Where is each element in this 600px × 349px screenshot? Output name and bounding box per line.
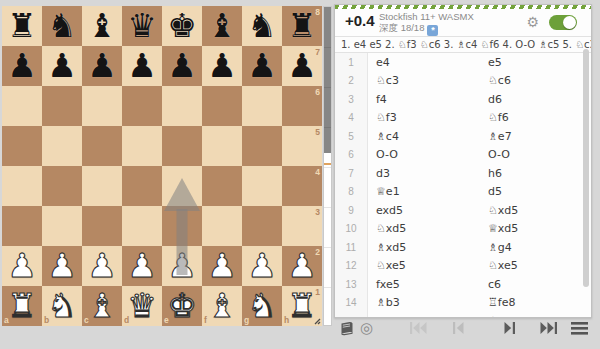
square-c2[interactable]: ♟ <box>82 246 122 286</box>
move-number: 10 <box>335 220 368 239</box>
coord-rank-7: 7 <box>315 47 320 57</box>
coord-rank-2: 2 <box>315 247 320 257</box>
move-number: 8 <box>335 183 368 202</box>
coord-file-a: a <box>4 315 9 325</box>
square-a8[interactable]: ♜ <box>2 6 42 46</box>
black-pawn[interactable]: ♟ <box>242 46 282 86</box>
gauge-tick <box>324 287 331 288</box>
eval-gauge-middle-tick <box>324 163 331 165</box>
white-move[interactable]: ♘xe5 <box>368 257 480 276</box>
black-move[interactable]: ♗e7 <box>480 127 591 146</box>
move-number: 9 <box>335 201 368 220</box>
coord-file-g: g <box>244 315 249 325</box>
black-move[interactable]: ♘c6 <box>480 72 591 91</box>
black-move[interactable]: ♘xe5 <box>480 257 591 276</box>
move-row-3: 3f4d6 <box>335 90 591 109</box>
black-rook[interactable]: ♜ <box>2 6 42 46</box>
white-move[interactable]: e4 <box>368 53 480 72</box>
black-move[interactable]: ♖fe8 <box>480 294 591 313</box>
move-row-7: 7d3h6 <box>335 164 591 183</box>
move-number: 14 <box>335 294 368 313</box>
black-king[interactable]: ♚ <box>162 6 202 46</box>
engine-info: Stockfish 11+ WASMX 深度 18/18* <box>379 11 474 36</box>
gauge-tick <box>324 87 331 88</box>
engine-depth: 深度 18/18* <box>379 22 474 36</box>
square-d3[interactable] <box>122 206 162 246</box>
square-e2[interactable]: ♟ <box>162 246 202 286</box>
white-move[interactable]: ♗b3 <box>368 294 480 313</box>
move-number: 5 <box>335 127 368 146</box>
square-b3[interactable] <box>42 206 82 246</box>
coord-rank-8: 8 <box>315 7 320 17</box>
coord-file-d: d <box>124 315 129 325</box>
go-first-button[interactable] <box>410 318 427 338</box>
move-list-scrollbar[interactable] <box>583 49 589 287</box>
square-b1[interactable]: ♞b <box>42 286 82 326</box>
square-e3[interactable] <box>162 206 202 246</box>
square-d4[interactable] <box>122 166 162 206</box>
square-f4[interactable] <box>202 166 242 206</box>
white-move[interactable]: O-O <box>368 146 480 165</box>
square-g7[interactable]: ♟ <box>242 46 282 86</box>
bottom-toolbar: ◎ <box>334 318 592 338</box>
black-knight[interactable]: ♞ <box>42 6 82 46</box>
square-e8[interactable]: ♚ <box>162 6 202 46</box>
move-row-11: 11♗xd5♗g4 <box>335 238 591 257</box>
square-d6[interactable] <box>122 86 162 126</box>
coord-file-h: h <box>284 315 289 325</box>
square-d1[interactable]: ♛d <box>122 286 162 326</box>
black-move[interactable]: c6 <box>480 275 591 294</box>
square-a6[interactable] <box>2 86 42 126</box>
move-number: 7 <box>335 164 368 183</box>
square-g8[interactable]: ♞ <box>242 6 282 46</box>
square-b6[interactable] <box>42 86 82 126</box>
move-row-6: 6O-OO-O <box>335 146 591 165</box>
coord-rank-6: 6 <box>315 87 320 97</box>
gauge-tick <box>324 247 331 248</box>
square-c6[interactable] <box>82 86 122 126</box>
coord-file-f: f <box>204 315 207 325</box>
eval-gauge-black-share <box>324 7 331 153</box>
coord-file-e: e <box>164 315 169 325</box>
square-c4[interactable] <box>82 166 122 206</box>
square-g1[interactable]: ♞g <box>242 286 282 326</box>
ceval-header: +0.4 Stockfish 11+ WASMX 深度 18/18* ⚙ <box>335 9 591 36</box>
move-number: 4 <box>335 109 368 128</box>
eval-score: +0.4 <box>345 12 375 29</box>
black-move[interactable]: d6 <box>480 90 591 109</box>
move-row-10: 10♘xd5♕xd5 <box>335 220 591 239</box>
square-g4[interactable] <box>242 166 282 206</box>
square-c5[interactable] <box>82 126 122 166</box>
square-h3[interactable]: 3 <box>282 206 322 246</box>
square-c3[interactable] <box>82 206 122 246</box>
black-move[interactable]: ♗g4 <box>480 238 591 257</box>
square-g2[interactable]: ♟ <box>242 246 282 286</box>
opening-book-icon[interactable] <box>339 318 355 338</box>
white-move[interactable]: f4 <box>368 90 480 109</box>
engine-name: Stockfish 11+ WASMX <box>379 11 474 22</box>
white-pawn[interactable]: ♟ <box>242 246 282 286</box>
black-move[interactable]: ♘f6 <box>480 109 591 128</box>
square-h2[interactable]: ♟2 <box>282 246 322 286</box>
square-h4[interactable]: 4 <box>282 166 322 206</box>
move-row-5: 5♗c4♗e7 <box>335 127 591 146</box>
coord-rank-4: 4 <box>315 167 320 177</box>
square-c7[interactable]: ♟ <box>82 46 122 86</box>
black-move[interactable]: O-O <box>480 146 591 165</box>
gauge-tick <box>324 47 331 48</box>
coord-rank-3: 3 <box>315 207 320 217</box>
white-pawn[interactable]: ♟ <box>122 246 162 286</box>
gauge-tick <box>324 207 331 208</box>
analysis-panel: +0.4 Stockfish 11+ WASMX 深度 18/18* ⚙ 1. … <box>334 4 592 318</box>
move-row-9: 9exd5♘xd5 <box>335 201 591 220</box>
black-queen[interactable]: ♛ <box>122 6 162 46</box>
white-pawn[interactable]: ♟ <box>82 246 122 286</box>
white-move[interactable]: d3 <box>368 164 480 183</box>
white-move[interactable]: ♘f3 <box>368 109 480 128</box>
square-a7[interactable]: ♟ <box>2 46 42 86</box>
square-a3[interactable] <box>2 206 42 246</box>
square-h5[interactable]: 5 <box>282 126 322 166</box>
square-b5[interactable] <box>42 126 82 166</box>
square-h8[interactable]: ♜8 <box>282 6 322 46</box>
square-g5[interactable] <box>242 126 282 166</box>
square-e5[interactable] <box>162 126 202 166</box>
square-b8[interactable]: ♞ <box>42 6 82 46</box>
eval-gauge <box>323 6 332 326</box>
square-e7[interactable]: ♟ <box>162 46 202 86</box>
move-number: 6 <box>335 146 368 165</box>
square-f2[interactable]: ♟ <box>202 246 242 286</box>
coord-rank-1: 1 <box>315 287 320 297</box>
white-move[interactable]: fxe5 <box>368 275 480 294</box>
square-a5[interactable] <box>2 126 42 166</box>
square-d2[interactable]: ♟ <box>122 246 162 286</box>
black-pawn[interactable]: ♟ <box>122 46 162 86</box>
move-row-14: 14♗b3♖fe8 <box>335 294 591 313</box>
white-move[interactable]: ♗c4 <box>368 127 480 146</box>
toggle-knob <box>563 16 576 29</box>
white-pawn[interactable]: ♟ <box>202 246 242 286</box>
move-number: 12 <box>335 257 368 276</box>
move-number: 11 <box>335 238 368 257</box>
black-move[interactable]: d5 <box>480 183 591 202</box>
black-bishop[interactable]: ♝ <box>202 6 242 46</box>
square-d7[interactable]: ♟ <box>122 46 162 86</box>
square-c1[interactable]: ♝c <box>82 286 122 326</box>
gauge-tick <box>324 167 331 168</box>
chess-board[interactable]: ♜♞♝♛♚♝♞♜8♟♟♟♟♟♟♟♟76543♟♟♟♟♟♟♟♟2♜a♞b♝c♛d♚… <box>2 6 322 326</box>
square-d8[interactable]: ♛ <box>122 6 162 46</box>
move-number: 3 <box>335 90 368 109</box>
lichess-analysis-app: { "game": "chess", "position": { "fen": … <box>0 0 600 349</box>
move-row-13: 13fxe5c6 <box>335 275 591 294</box>
coord-rank-5: 5 <box>315 127 320 137</box>
move-row-8: 8♕e1d5 <box>335 183 591 202</box>
square-a2[interactable]: ♟ <box>2 246 42 286</box>
move-list: 1e4e52♘c3♘c63f4d64♘f3♘f65♗c4♗e76O-OO-O7d… <box>335 53 591 318</box>
square-e6[interactable] <box>162 86 202 126</box>
black-move[interactable]: h6 <box>480 164 591 183</box>
white-pawn[interactable]: ♟ <box>162 246 202 286</box>
principal-variation[interactable]: 1. e4 e5 2. ♘f3 ♘c6 3. ♗c4 ♘f6 4. O-O ♗c… <box>335 36 591 53</box>
square-b2[interactable]: ♟ <box>42 246 82 286</box>
white-move[interactable]: ♘c3 <box>368 72 480 91</box>
black-move[interactable]: e5 <box>480 53 591 72</box>
gear-icon[interactable]: ⚙ <box>526 14 539 30</box>
gauge-tick <box>324 127 331 128</box>
move-row-1: 1e4e5 <box>335 53 591 72</box>
square-h6[interactable]: 6 <box>282 86 322 126</box>
black-pawn[interactable]: ♟ <box>42 46 82 86</box>
white-move[interactable]: exd5 <box>368 201 480 220</box>
square-f5[interactable] <box>202 126 242 166</box>
engine-toggle[interactable] <box>549 15 577 30</box>
practice-target-icon[interactable]: ◎ <box>360 318 373 338</box>
black-bishop[interactable]: ♝ <box>82 6 122 46</box>
black-move[interactable]: ♕xd5 <box>480 220 591 239</box>
coord-file-c: c <box>84 315 89 325</box>
black-pawn[interactable]: ♟ <box>202 46 242 86</box>
white-pawn[interactable]: ♟ <box>42 246 82 286</box>
black-pawn[interactable]: ♟ <box>2 46 42 86</box>
square-a1[interactable]: ♜a <box>2 286 42 326</box>
black-move[interactable]: ♘xd5 <box>480 201 591 220</box>
board-area: ♜♞♝♛♚♝♞♜8♟♟♟♟♟♟♟♟76543♟♟♟♟♟♟♟♟2♜a♞b♝c♛d♚… <box>2 6 322 326</box>
white-pawn[interactable]: ♟ <box>2 246 42 286</box>
white-bishop[interactable]: ♝ <box>202 286 242 326</box>
square-a4[interactable] <box>2 166 42 206</box>
move-row-12: 12♘xe5♘xe5 <box>335 257 591 276</box>
square-b4[interactable] <box>42 166 82 206</box>
black-pawn[interactable]: ♟ <box>162 46 202 86</box>
move-number: 1 <box>335 53 368 72</box>
white-move[interactable]: ♕e1 <box>368 183 480 202</box>
go-last-button[interactable] <box>540 318 557 338</box>
move-number: 2 <box>335 72 368 91</box>
go-next-button[interactable] <box>503 318 515 338</box>
go-previous-button[interactable] <box>453 318 465 338</box>
square-e1[interactable]: ♚e <box>162 286 202 326</box>
board-resize-handle[interactable] <box>312 316 321 325</box>
white-move[interactable]: ♘xd5 <box>368 220 480 239</box>
move-number: 13 <box>335 275 368 294</box>
square-f1[interactable]: ♝f <box>202 286 242 326</box>
square-c8[interactable]: ♝ <box>82 6 122 46</box>
coord-file-b: b <box>44 315 49 325</box>
menu-hamburger-icon[interactable] <box>571 318 588 338</box>
cloud-eval-badge-icon: * <box>427 25 438 36</box>
square-g6[interactable] <box>242 86 282 126</box>
white-move[interactable]: ♗xd5 <box>368 238 480 257</box>
square-h7[interactable]: ♟7 <box>282 46 322 86</box>
black-knight[interactable]: ♞ <box>242 6 282 46</box>
move-row-4: 4♘f3♘f6 <box>335 109 591 128</box>
square-f7[interactable]: ♟ <box>202 46 242 86</box>
move-row-2: 2♘c3♘c6 <box>335 72 591 91</box>
black-pawn[interactable]: ♟ <box>82 46 122 86</box>
square-d5[interactable] <box>122 126 162 166</box>
square-b7[interactable]: ♟ <box>42 46 82 86</box>
square-e4[interactable] <box>162 166 202 206</box>
square-g3[interactable] <box>242 206 282 246</box>
square-f8[interactable]: ♝ <box>202 6 242 46</box>
square-f6[interactable] <box>202 86 242 126</box>
square-f3[interactable] <box>202 206 242 246</box>
